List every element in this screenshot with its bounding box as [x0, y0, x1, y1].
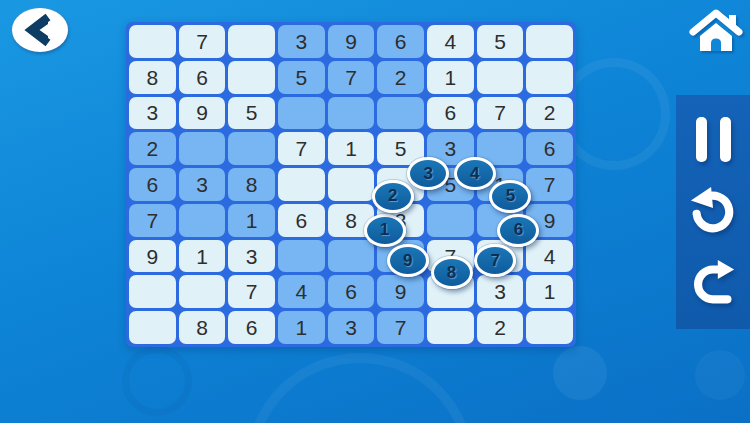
cell-r6c2[interactable]	[179, 204, 226, 237]
cell-r4c3[interactable]	[228, 132, 275, 165]
cell-r8c4[interactable]: 4	[278, 275, 325, 308]
cell-r2c2[interactable]: 6	[179, 61, 226, 94]
redo-button[interactable]	[688, 257, 738, 307]
cell-r6c7[interactable]	[427, 204, 474, 237]
cell-r9c4[interactable]: 1	[278, 311, 325, 344]
picker-number-6[interactable]: 6	[497, 214, 539, 247]
toolbar-panel	[676, 95, 750, 329]
picker-number-3[interactable]: 3	[407, 157, 449, 190]
cell-r2c4[interactable]: 5	[278, 61, 325, 94]
cell-r1c4[interactable]: 3	[278, 25, 325, 58]
chevron-left-icon	[21, 12, 59, 48]
cell-r7c5[interactable]	[328, 240, 375, 273]
cell-r8c2[interactable]	[179, 275, 226, 308]
cell-r1c8[interactable]: 5	[477, 25, 524, 58]
cell-r1c9[interactable]	[526, 25, 573, 58]
undo-icon	[688, 184, 738, 236]
cell-r4c5[interactable]: 1	[328, 132, 375, 165]
cell-r1c5[interactable]: 9	[328, 25, 375, 58]
cell-r2c9[interactable]	[526, 61, 573, 94]
cell-r5c5[interactable]	[328, 168, 375, 201]
cell-r9c6[interactable]: 7	[377, 311, 424, 344]
bubble-decoration	[122, 346, 192, 416]
cell-r9c9[interactable]	[526, 311, 573, 344]
cell-r8c5[interactable]: 6	[328, 275, 375, 308]
cell-r2c7[interactable]: 1	[427, 61, 474, 94]
bubble-decoration	[245, 353, 475, 423]
cell-r4c1[interactable]: 2	[129, 132, 176, 165]
cell-r6c3[interactable]: 1	[228, 204, 275, 237]
home-icon	[686, 5, 746, 55]
picker-number-2[interactable]: 2	[372, 180, 414, 213]
redo-icon	[688, 257, 738, 307]
cell-r1c6[interactable]: 6	[377, 25, 424, 58]
cell-r8c1[interactable]	[129, 275, 176, 308]
cell-r2c5[interactable]: 7	[328, 61, 375, 94]
cell-r1c2[interactable]: 7	[179, 25, 226, 58]
cell-r1c3[interactable]	[228, 25, 275, 58]
cell-r2c1[interactable]: 8	[129, 61, 176, 94]
picker-number-9[interactable]: 9	[387, 244, 429, 277]
cell-r9c2[interactable]: 8	[179, 311, 226, 344]
cell-r4c9[interactable]: 6	[526, 132, 573, 165]
pause-button[interactable]	[696, 117, 731, 162]
cell-r9c1[interactable]	[129, 311, 176, 344]
cell-r7c3[interactable]: 3	[228, 240, 275, 273]
cell-r4c2[interactable]	[179, 132, 226, 165]
cell-r1c1[interactable]	[129, 25, 176, 58]
cell-r8c3[interactable]: 7	[228, 275, 275, 308]
cell-r9c8[interactable]: 2	[477, 311, 524, 344]
cell-r3c5[interactable]	[328, 97, 375, 130]
cell-r5c9[interactable]: 7	[526, 168, 573, 201]
cell-r9c5[interactable]: 3	[328, 311, 375, 344]
home-button[interactable]	[686, 5, 746, 55]
cell-r3c4[interactable]	[278, 97, 325, 130]
cell-r8c9[interactable]: 1	[526, 275, 573, 308]
picker-number-7[interactable]: 7	[474, 244, 516, 277]
picker-number-8[interactable]: 8	[431, 256, 473, 289]
cell-r2c6[interactable]: 2	[377, 61, 424, 94]
cell-r3c7[interactable]: 6	[427, 97, 474, 130]
picker-number-5[interactable]: 5	[489, 180, 531, 213]
cell-r3c2[interactable]: 9	[179, 97, 226, 130]
picker-number-1[interactable]: 1	[364, 214, 406, 247]
cell-r5c3[interactable]: 8	[228, 168, 275, 201]
bubble-decoration	[553, 346, 607, 400]
cell-r7c4[interactable]	[278, 240, 325, 273]
back-button[interactable]	[12, 8, 68, 52]
cell-r3c3[interactable]: 5	[228, 97, 275, 130]
cell-r2c8[interactable]	[477, 61, 524, 94]
picker-number-4[interactable]: 4	[454, 157, 496, 190]
bubble-decoration	[695, 350, 745, 400]
cell-r7c2[interactable]: 1	[179, 240, 226, 273]
cell-r8c6[interactable]: 9	[377, 275, 424, 308]
cell-r7c1[interactable]: 9	[129, 240, 176, 273]
cell-r6c1[interactable]: 7	[129, 204, 176, 237]
cell-r5c2[interactable]: 3	[179, 168, 226, 201]
undo-button[interactable]	[688, 184, 738, 236]
cell-r7c9[interactable]: 4	[526, 240, 573, 273]
cell-r9c3[interactable]: 6	[228, 311, 275, 344]
cell-r5c4[interactable]	[278, 168, 325, 201]
sudoku-game-screen: 7396458657213956722715366385177168399137…	[0, 0, 750, 423]
cell-r4c4[interactable]: 7	[278, 132, 325, 165]
cell-r3c9[interactable]: 2	[526, 97, 573, 130]
cell-r2c3[interactable]	[228, 61, 275, 94]
cell-r3c6[interactable]	[377, 97, 424, 130]
cell-r8c8[interactable]: 3	[477, 275, 524, 308]
pause-icon	[696, 117, 731, 162]
cell-r9c7[interactable]	[427, 311, 474, 344]
cell-r1c7[interactable]: 4	[427, 25, 474, 58]
cell-r5c1[interactable]: 6	[129, 168, 176, 201]
cell-r3c8[interactable]: 7	[477, 97, 524, 130]
cell-r3c1[interactable]: 3	[129, 97, 176, 130]
cell-r6c4[interactable]: 6	[278, 204, 325, 237]
